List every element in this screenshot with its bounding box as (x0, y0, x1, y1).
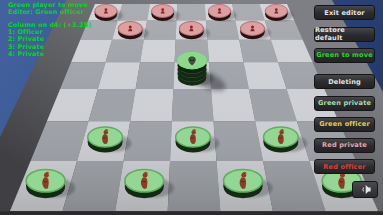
button-red-private[interactable]: Red private (314, 138, 375, 153)
square-c5[interactable] (140, 40, 176, 62)
button-deleting[interactable]: Deleting (314, 74, 375, 89)
square-c6[interactable] (144, 21, 177, 40)
square-e2[interactable] (214, 121, 263, 161)
button-restore-default[interactable]: Restore default (314, 27, 375, 42)
column-stack-list: 1: Officer2: Private3: Private4: Private (8, 29, 91, 59)
square-c2[interactable] (124, 121, 172, 161)
button-green-officer[interactable]: Green officer (314, 117, 375, 132)
square-d7[interactable] (177, 4, 206, 21)
square-e5[interactable] (207, 40, 243, 62)
square-d1[interactable] (168, 161, 221, 211)
square-e6[interactable] (206, 21, 239, 40)
square-b5[interactable] (106, 40, 144, 62)
sound-toggle-button[interactable] (352, 181, 378, 198)
column-stack-item: 4: Private (8, 51, 91, 58)
button-green-private[interactable]: Green private (314, 96, 375, 111)
button-exit-editor[interactable]: Exit editor (314, 5, 375, 20)
speaker-icon (359, 184, 372, 195)
square-f7[interactable] (232, 4, 265, 21)
square-c3[interactable] (130, 89, 173, 121)
square-b7[interactable] (118, 4, 150, 21)
square-c4[interactable] (136, 62, 175, 89)
editor-mode-label: Editor: Green officer (8, 9, 91, 16)
button-green-to-move[interactable]: Green to move (314, 48, 375, 63)
button-red-officer[interactable]: Red officer (314, 159, 375, 174)
square-e3[interactable] (211, 89, 255, 121)
app-window: Green player to move Editor: Green offic… (0, 0, 383, 215)
square-d3[interactable] (172, 89, 214, 121)
table-front-edge (0, 211, 383, 215)
info-panel: Green player to move Editor: Green offic… (8, 2, 91, 59)
